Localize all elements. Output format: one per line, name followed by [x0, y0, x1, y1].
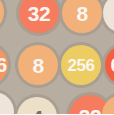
tile-value: 64 — [110, 55, 114, 75]
tile-value: 8 — [32, 55, 43, 76]
tile-value: 32 — [79, 106, 101, 115]
tile-value: 16 — [0, 55, 7, 75]
tile-value: 4 — [31, 107, 42, 115]
tile-8: 8 — [18, 45, 58, 85]
game-board[interactable]: 832821682566424328 — [0, 0, 114, 114]
tile-value: 32 — [28, 3, 50, 24]
tile-value: 256 — [68, 57, 95, 74]
tile-256: 256 — [61, 45, 101, 85]
tile-value: 8 — [76, 3, 87, 24]
